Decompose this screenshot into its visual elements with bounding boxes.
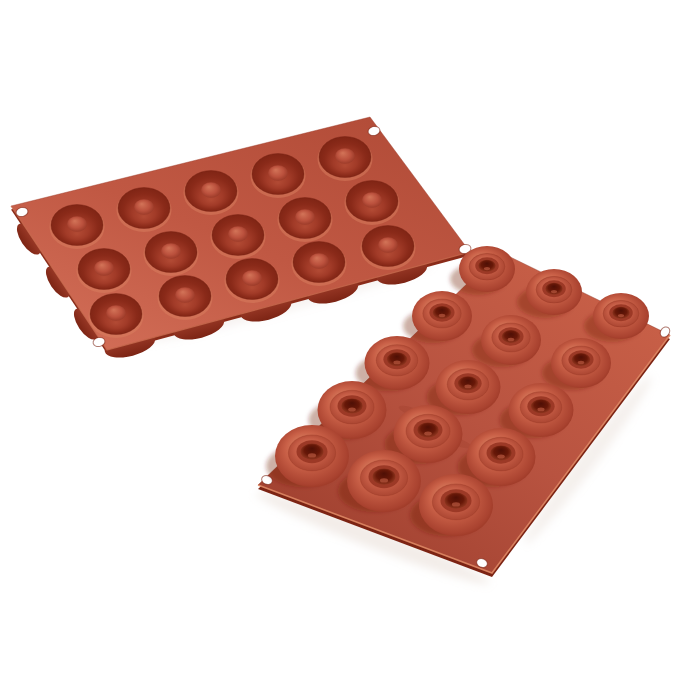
crater-glint <box>424 431 432 435</box>
cavity-post <box>268 165 288 181</box>
crater-glint <box>537 408 544 412</box>
cavity-post <box>94 260 114 276</box>
crater-glint <box>508 338 515 342</box>
crater-glint <box>484 267 490 270</box>
cavity-post <box>201 182 221 198</box>
cavity-post <box>242 270 262 286</box>
cavity-post <box>362 192 382 208</box>
crater-glint <box>308 453 316 457</box>
cavity-post <box>228 226 248 242</box>
cavity-post <box>295 209 315 225</box>
crater-glint <box>578 361 585 365</box>
cavity-post <box>161 243 181 259</box>
photo-canvas <box>0 0 700 700</box>
back-mold-cavity-side-up <box>11 117 472 362</box>
cavity-post <box>309 253 329 269</box>
crater-glint <box>497 454 505 458</box>
crater-glint <box>618 314 624 317</box>
crater-glint <box>464 385 471 389</box>
crater-glint <box>348 407 356 411</box>
crater-glint <box>380 478 388 482</box>
crater-glint <box>551 290 557 293</box>
cavity-post <box>175 287 195 303</box>
product-photo-scene <box>0 0 700 700</box>
cavity-post <box>134 199 154 215</box>
cavity-post <box>106 305 126 321</box>
crater-glint <box>439 314 446 318</box>
crater-glint <box>452 502 460 506</box>
crater-glint <box>393 361 400 365</box>
cavity-post <box>335 148 355 164</box>
cavity-post <box>378 237 398 253</box>
cavity-post <box>67 216 87 232</box>
